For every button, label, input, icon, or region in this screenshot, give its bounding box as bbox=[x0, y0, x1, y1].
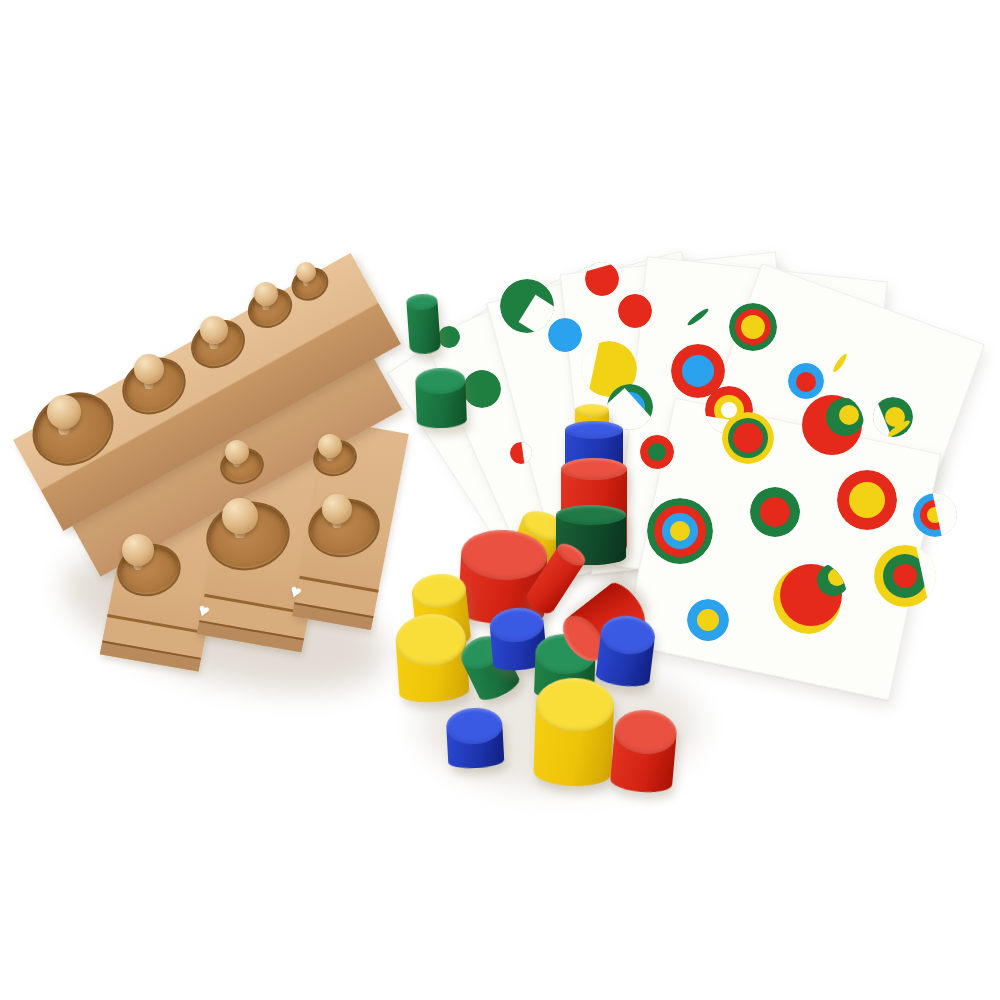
green-dot-small-shape bbox=[438, 326, 460, 348]
knob-ball bbox=[254, 282, 278, 306]
knob-ball bbox=[200, 316, 228, 344]
target-yellow-green-red-cut-shape bbox=[874, 545, 936, 607]
knob-ball bbox=[225, 440, 249, 464]
red-pacman-small-shape bbox=[510, 442, 532, 464]
knob-ball bbox=[122, 534, 154, 566]
target-blue-yellow-ring bbox=[697, 609, 719, 631]
product-photo-scene: ♥♥ bbox=[0, 0, 1000, 1000]
knob-ball bbox=[318, 434, 342, 458]
blue-dot-shape bbox=[548, 318, 582, 352]
green-pacman-shape bbox=[500, 279, 554, 333]
target-red-blue-ring bbox=[682, 355, 714, 387]
red-dot-shape bbox=[618, 294, 652, 328]
blue-cylinder-right bbox=[595, 613, 657, 689]
target-blue-red-yellow-cut-shape bbox=[913, 493, 957, 537]
green-dot-small-ring bbox=[438, 326, 460, 348]
target-red-green-small-ring bbox=[648, 443, 666, 461]
target-red-green-small-shape bbox=[640, 435, 674, 469]
target-red-yellow-ring bbox=[849, 482, 885, 518]
red-cylinder-bottom bbox=[610, 707, 679, 794]
eccentric-red-green-yellow-shape bbox=[800, 393, 864, 457]
target-yellow-green-red-shape bbox=[722, 412, 774, 464]
red-cut-top-shape bbox=[585, 262, 619, 296]
green-dot-ring bbox=[463, 370, 501, 408]
knob-ball bbox=[322, 494, 352, 524]
yellow-cylinder-large bbox=[533, 677, 615, 788]
green-cylinder-medium bbox=[415, 367, 467, 429]
knob-ball bbox=[134, 354, 164, 384]
stack-green-base-topface bbox=[556, 505, 626, 525]
target-green-red-yellow-ring bbox=[741, 315, 765, 339]
knob-ball bbox=[296, 262, 316, 282]
green-dot-shape bbox=[463, 370, 501, 408]
teardrop-blue-red-shape bbox=[788, 363, 824, 399]
stack-blue-topface bbox=[565, 421, 623, 439]
eccentric-yellow-red-green-shape bbox=[773, 560, 847, 634]
target-blue-yellow-shape bbox=[687, 599, 729, 641]
target-green-red-ring bbox=[760, 497, 790, 527]
stack-red-topface bbox=[561, 458, 627, 480]
blue-dot-ring bbox=[548, 318, 582, 352]
target-yellow-green-red-ring bbox=[733, 423, 763, 453]
target-yellow-green-red-cut-ring bbox=[893, 564, 917, 588]
target-red-yellow-shape bbox=[837, 470, 897, 530]
target-green-red-blue-yellow-ring bbox=[670, 521, 690, 541]
teardrop-blue-red-ring bbox=[796, 372, 816, 392]
stack-yellow-top-topface bbox=[575, 404, 609, 417]
target-green-red-yellow-shape bbox=[729, 303, 777, 351]
eccentric-red-green-yellow-ring bbox=[839, 405, 859, 425]
blue-cylinder-small bbox=[445, 707, 504, 770]
target-green-red-blue-yellow-shape bbox=[647, 498, 713, 564]
knob-ball bbox=[47, 395, 81, 429]
green-cylinder-thin bbox=[406, 293, 441, 355]
red-dot-ring bbox=[618, 294, 652, 328]
yellow-cylinder-lower bbox=[394, 612, 470, 705]
target-green-red-shape bbox=[750, 487, 800, 537]
knob-ball bbox=[222, 498, 258, 534]
